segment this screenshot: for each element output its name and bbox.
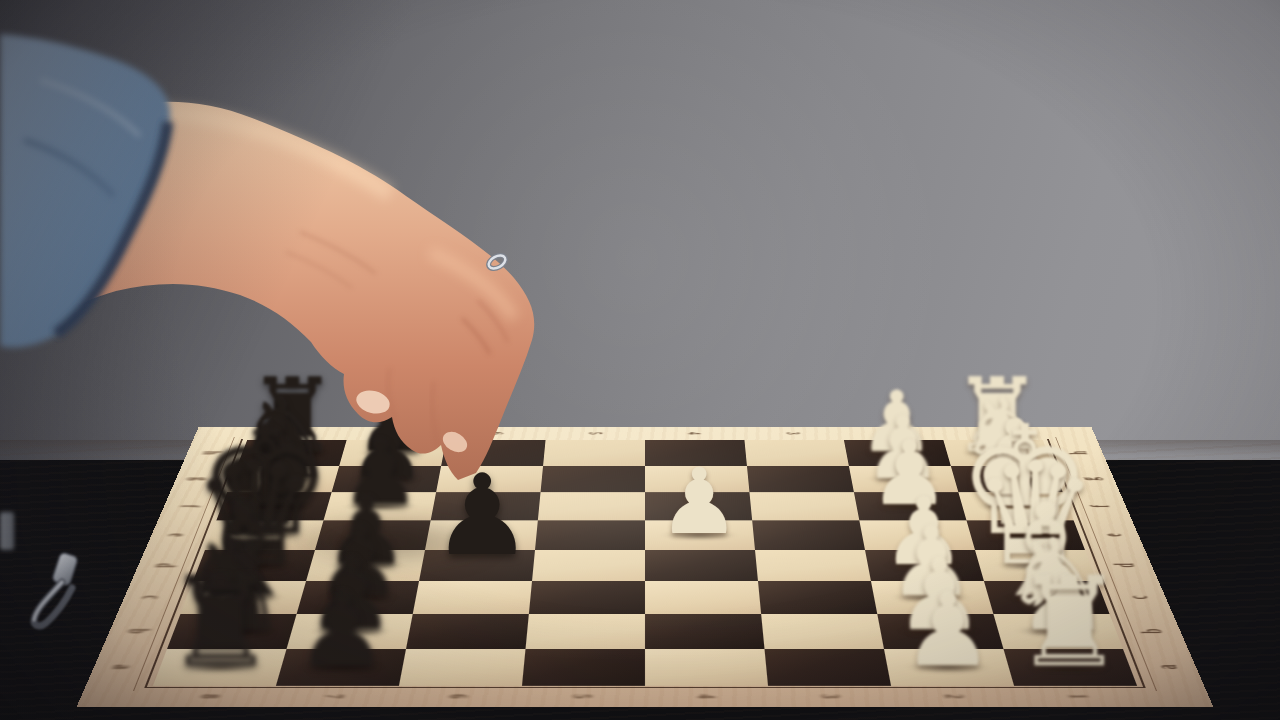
photo-scene: hhggffeeddccbbaa8877665544332211 ♜♞♝♛♚♝♞…	[0, 0, 1280, 720]
rank-label-near-6: 6	[435, 689, 482, 703]
rank-label-near-3: 3	[808, 689, 855, 703]
rank-label-near-2: 2	[931, 689, 979, 703]
piece-black-pawn-a7[interactable]: ♟	[262, 580, 422, 681]
piece-white-pawn-e4[interactable]: ♟	[619, 457, 779, 548]
rank-label-far-3: 3	[775, 429, 812, 438]
held-piece-black-pawn-e6[interactable]: ♟	[402, 459, 562, 571]
board-latch-hook-icon	[20, 540, 110, 640]
rank-label-near-4: 4	[684, 689, 730, 703]
rank-label-far-4: 4	[676, 429, 712, 438]
denim-sleeve	[0, 0, 260, 400]
piece-white-rook-a1[interactable]: ♜	[989, 561, 1149, 684]
rank-label-near-5: 5	[560, 689, 606, 703]
rank-label-near-7: 7	[311, 689, 359, 703]
